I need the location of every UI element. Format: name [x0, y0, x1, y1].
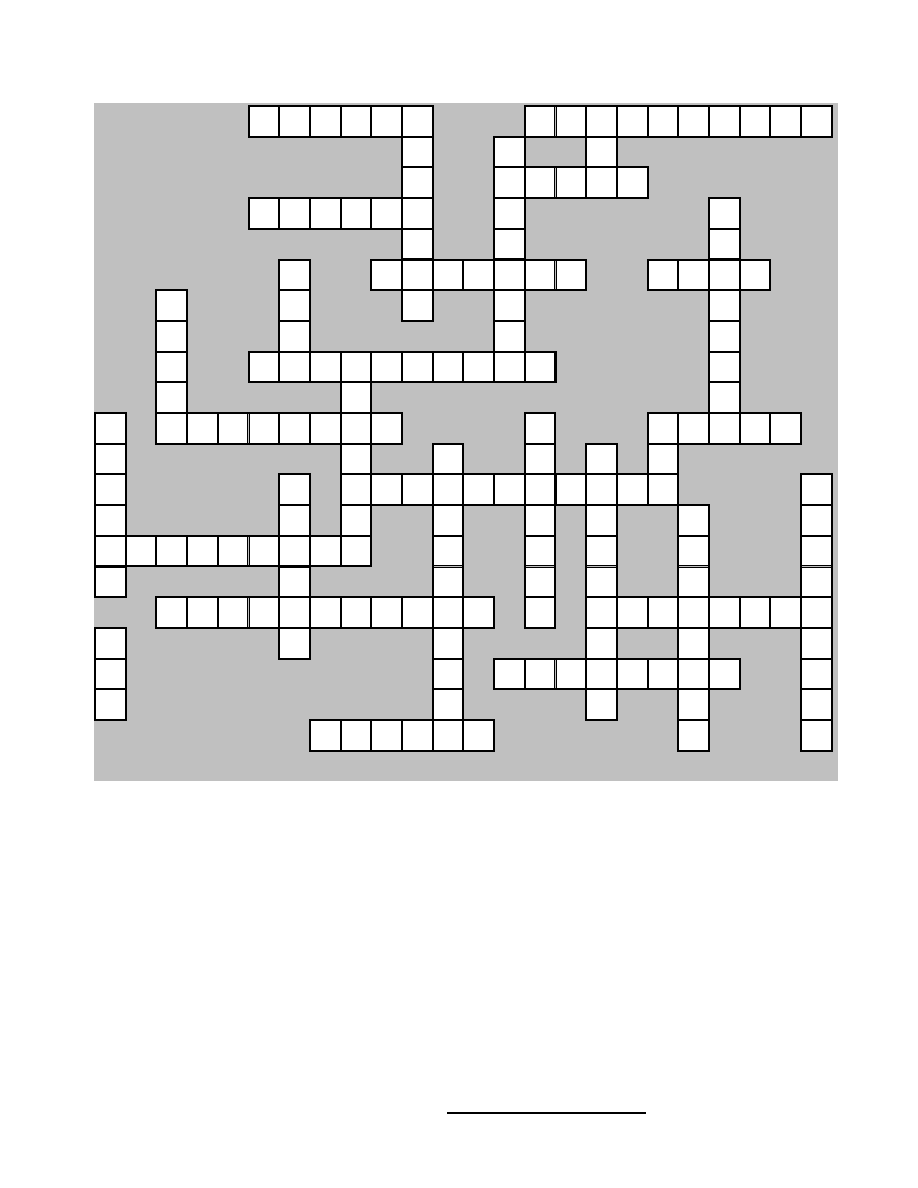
cell-r8c7[interactable] — [310, 352, 341, 383]
cell-r6c2[interactable] — [156, 290, 187, 321]
cell-r0c17[interactable] — [617, 106, 648, 137]
cell-r5c9[interactable] — [371, 260, 402, 291]
cell-r8c6[interactable] — [279, 352, 310, 383]
cell-r9c8[interactable] — [341, 382, 372, 413]
cell-r3c6[interactable] — [279, 198, 310, 229]
cell-r3c9[interactable] — [371, 198, 402, 229]
cell-r3c10[interactable] — [402, 198, 433, 229]
cell-r16c2[interactable] — [156, 597, 187, 628]
cell-r0c19[interactable] — [678, 106, 709, 137]
cell-r1c13[interactable] — [494, 137, 525, 168]
cell-r15c16[interactable] — [586, 567, 617, 598]
cell-r14c5[interactable] — [249, 536, 280, 567]
cell-r0c6[interactable] — [279, 106, 310, 137]
cell-r10c18[interactable] — [648, 413, 679, 444]
cell-r5c14[interactable] — [525, 260, 556, 291]
cell-r18c17[interactable] — [617, 659, 648, 690]
cell-r13c16[interactable] — [586, 505, 617, 536]
cell-r12c11[interactable] — [433, 474, 464, 505]
cell-r7c20[interactable] — [709, 321, 740, 352]
cell-r16c4[interactable] — [218, 597, 249, 628]
cell-r6c13[interactable] — [494, 290, 525, 321]
cell-r20c23[interactable] — [801, 720, 832, 751]
cell-r0c9[interactable] — [371, 106, 402, 137]
cell-r16c22[interactable] — [770, 597, 801, 628]
cell-r10c5[interactable] — [249, 413, 280, 444]
cell-r3c5[interactable] — [249, 198, 280, 229]
cell-r14c16[interactable] — [586, 536, 617, 567]
cell-r5c18[interactable] — [648, 260, 679, 291]
cell-r6c20[interactable] — [709, 290, 740, 321]
cell-r10c20[interactable] — [709, 413, 740, 444]
cell-r0c23[interactable] — [801, 106, 832, 137]
cell-r0c7[interactable] — [310, 106, 341, 137]
cell-r12c17[interactable] — [617, 474, 648, 505]
cell-r16c11[interactable] — [433, 597, 464, 628]
cell-r12c8[interactable] — [341, 474, 372, 505]
cell-r10c21[interactable] — [740, 413, 771, 444]
crossword-board — [94, 103, 838, 781]
cell-r15c6[interactable] — [279, 567, 310, 598]
cell-r11c11[interactable] — [433, 444, 464, 475]
cell-r9c20[interactable] — [709, 382, 740, 413]
cell-r0c16[interactable] — [586, 106, 617, 137]
cell-r2c16[interactable] — [586, 167, 617, 198]
cell-r12c14[interactable] — [525, 474, 556, 505]
cell-r16c12[interactable] — [463, 597, 494, 628]
cell-r14c3[interactable] — [187, 536, 218, 567]
cell-r14c23[interactable] — [801, 536, 832, 567]
cell-r11c14[interactable] — [525, 444, 556, 475]
cell-r4c10[interactable] — [402, 229, 433, 260]
cell-r5c21[interactable] — [740, 260, 771, 291]
cell-r8c10[interactable] — [402, 352, 433, 383]
cell-r10c2[interactable] — [156, 413, 187, 444]
cell-r16c7[interactable] — [310, 597, 341, 628]
cell-r6c6[interactable] — [279, 290, 310, 321]
cell-r12c12[interactable] — [463, 474, 494, 505]
cell-r19c11[interactable] — [433, 689, 464, 720]
cell-r14c8[interactable] — [341, 536, 372, 567]
cell-r5c20[interactable] — [709, 260, 740, 291]
cell-r2c14[interactable] — [525, 167, 556, 198]
cell-r5c15[interactable] — [556, 260, 587, 291]
cell-r15c11[interactable] — [433, 567, 464, 598]
cell-r11c18[interactable] — [648, 444, 679, 475]
cell-r15c23[interactable] — [801, 567, 832, 598]
cell-r18c16[interactable] — [586, 659, 617, 690]
cell-r20c10[interactable] — [402, 720, 433, 751]
cell-r16c8[interactable] — [341, 597, 372, 628]
cell-r10c7[interactable] — [310, 413, 341, 444]
cell-r19c16[interactable] — [586, 689, 617, 720]
cell-r17c6[interactable] — [279, 628, 310, 659]
cell-r20c19[interactable] — [678, 720, 709, 751]
cell-r10c3[interactable] — [187, 413, 218, 444]
cell-r11c16[interactable] — [586, 444, 617, 475]
cell-r18c15[interactable] — [556, 659, 587, 690]
cell-r20c11[interactable] — [433, 720, 464, 751]
cell-r17c23[interactable] — [801, 628, 832, 659]
cell-r17c11[interactable] — [433, 628, 464, 659]
cell-r13c0[interactable] — [95, 505, 126, 536]
cell-r14c6[interactable] — [279, 536, 310, 567]
worksheet-page — [0, 0, 918, 1188]
cell-r16c3[interactable] — [187, 597, 218, 628]
cell-r12c10[interactable] — [402, 474, 433, 505]
cell-r8c12[interactable] — [463, 352, 494, 383]
cell-r16c9[interactable] — [371, 597, 402, 628]
cell-r0c18[interactable] — [648, 106, 679, 137]
cell-r0c8[interactable] — [341, 106, 372, 137]
cell-r10c14[interactable] — [525, 413, 556, 444]
cell-r5c19[interactable] — [678, 260, 709, 291]
cell-r0c22[interactable] — [770, 106, 801, 137]
cell-r3c8[interactable] — [341, 198, 372, 229]
cell-r12c9[interactable] — [371, 474, 402, 505]
cell-r5c13[interactable] — [494, 260, 525, 291]
cell-r18c11[interactable] — [433, 659, 464, 690]
cell-r13c6[interactable] — [279, 505, 310, 536]
cell-r10c8[interactable] — [341, 413, 372, 444]
cell-r15c19[interactable] — [678, 567, 709, 598]
cell-r16c23[interactable] — [801, 597, 832, 628]
cell-r0c20[interactable] — [709, 106, 740, 137]
cell-r5c6[interactable] — [279, 260, 310, 291]
cell-r16c16[interactable] — [586, 597, 617, 628]
cell-r3c20[interactable] — [709, 198, 740, 229]
cell-r18c20[interactable] — [709, 659, 740, 690]
cell-r18c13[interactable] — [494, 659, 525, 690]
cell-r16c5[interactable] — [249, 597, 280, 628]
cell-r18c23[interactable] — [801, 659, 832, 690]
cell-r12c15[interactable] — [556, 474, 587, 505]
cell-r16c10[interactable] — [402, 597, 433, 628]
cell-r13c23[interactable] — [801, 505, 832, 536]
cell-r11c0[interactable] — [95, 444, 126, 475]
cell-r10c9[interactable] — [371, 413, 402, 444]
cell-r16c14[interactable] — [525, 597, 556, 628]
cell-r2c10[interactable] — [402, 167, 433, 198]
cell-r8c5[interactable] — [249, 352, 280, 383]
cell-r12c6[interactable] — [279, 474, 310, 505]
cell-r12c13[interactable] — [494, 474, 525, 505]
cell-r6c10[interactable] — [402, 290, 433, 321]
cell-r11c8[interactable] — [341, 444, 372, 475]
cell-r14c14[interactable] — [525, 536, 556, 567]
cell-r0c5[interactable] — [249, 106, 280, 137]
cell-r7c2[interactable] — [156, 321, 187, 352]
cell-r14c1[interactable] — [126, 536, 157, 567]
cell-r13c19[interactable] — [678, 505, 709, 536]
cell-r8c13[interactable] — [494, 352, 525, 383]
cell-r9c2[interactable] — [156, 382, 187, 413]
cell-r18c14[interactable] — [525, 659, 556, 690]
cell-r8c14[interactable] — [525, 352, 556, 383]
cell-r14c19[interactable] — [678, 536, 709, 567]
cell-r4c20[interactable] — [709, 229, 740, 260]
cell-r12c23[interactable] — [801, 474, 832, 505]
cell-r2c13[interactable] — [494, 167, 525, 198]
cell-r5c11[interactable] — [433, 260, 464, 291]
cell-r16c6[interactable] — [279, 597, 310, 628]
cell-r14c11[interactable] — [433, 536, 464, 567]
cell-r18c18[interactable] — [648, 659, 679, 690]
cell-r8c8[interactable] — [341, 352, 372, 383]
cell-r13c14[interactable] — [525, 505, 556, 536]
cell-r2c15[interactable] — [556, 167, 587, 198]
cell-r7c6[interactable] — [279, 321, 310, 352]
cell-r0c21[interactable] — [740, 106, 771, 137]
cell-r10c22[interactable] — [770, 413, 801, 444]
footer-rule — [447, 1112, 646, 1114]
cell-r16c20[interactable] — [709, 597, 740, 628]
cell-r12c18[interactable] — [648, 474, 679, 505]
cell-r18c0[interactable] — [95, 659, 126, 690]
cell-r17c0[interactable] — [95, 628, 126, 659]
cell-r13c11[interactable] — [433, 505, 464, 536]
cell-r15c0[interactable] — [95, 567, 126, 598]
cell-r18c19[interactable] — [678, 659, 709, 690]
cell-r20c8[interactable] — [341, 720, 372, 751]
cell-r8c11[interactable] — [433, 352, 464, 383]
cell-r12c0[interactable] — [95, 474, 126, 505]
cell-r16c19[interactable] — [678, 597, 709, 628]
cell-r19c0[interactable] — [95, 689, 126, 720]
cell-r17c16[interactable] — [586, 628, 617, 659]
cell-r20c12[interactable] — [463, 720, 494, 751]
cell-r16c18[interactable] — [648, 597, 679, 628]
cell-r8c2[interactable] — [156, 352, 187, 383]
cell-r12c16[interactable] — [586, 474, 617, 505]
cell-r14c2[interactable] — [156, 536, 187, 567]
cell-r1c16[interactable] — [586, 137, 617, 168]
cell-r19c23[interactable] — [801, 689, 832, 720]
cell-r5c12[interactable] — [463, 260, 494, 291]
cell-r16c17[interactable] — [617, 597, 648, 628]
cell-r16c21[interactable] — [740, 597, 771, 628]
cell-r3c13[interactable] — [494, 198, 525, 229]
cell-r0c10[interactable] — [402, 106, 433, 137]
cell-r19c19[interactable] — [678, 689, 709, 720]
cell-r13c8[interactable] — [341, 505, 372, 536]
cell-r8c9[interactable] — [371, 352, 402, 383]
cell-r7c13[interactable] — [494, 321, 525, 352]
cell-r4c13[interactable] — [494, 229, 525, 260]
cell-r20c7[interactable] — [310, 720, 341, 751]
cell-r3c7[interactable] — [310, 198, 341, 229]
cell-r2c17[interactable] — [617, 167, 648, 198]
cell-r10c4[interactable] — [218, 413, 249, 444]
cell-r5c10[interactable] — [402, 260, 433, 291]
cell-r0c15[interactable] — [556, 106, 587, 137]
cell-r20c9[interactable] — [371, 720, 402, 751]
cell-r14c7[interactable] — [310, 536, 341, 567]
cell-r1c10[interactable] — [402, 137, 433, 168]
cell-r10c6[interactable] — [279, 413, 310, 444]
cell-r10c0[interactable] — [95, 413, 126, 444]
cell-r17c19[interactable] — [678, 628, 709, 659]
cell-r15c14[interactable] — [525, 567, 556, 598]
cell-r14c0[interactable] — [95, 536, 126, 567]
cell-r10c19[interactable] — [678, 413, 709, 444]
cell-r8c20[interactable] — [709, 352, 740, 383]
cell-r14c4[interactable] — [218, 536, 249, 567]
cell-r0c14[interactable] — [525, 106, 556, 137]
